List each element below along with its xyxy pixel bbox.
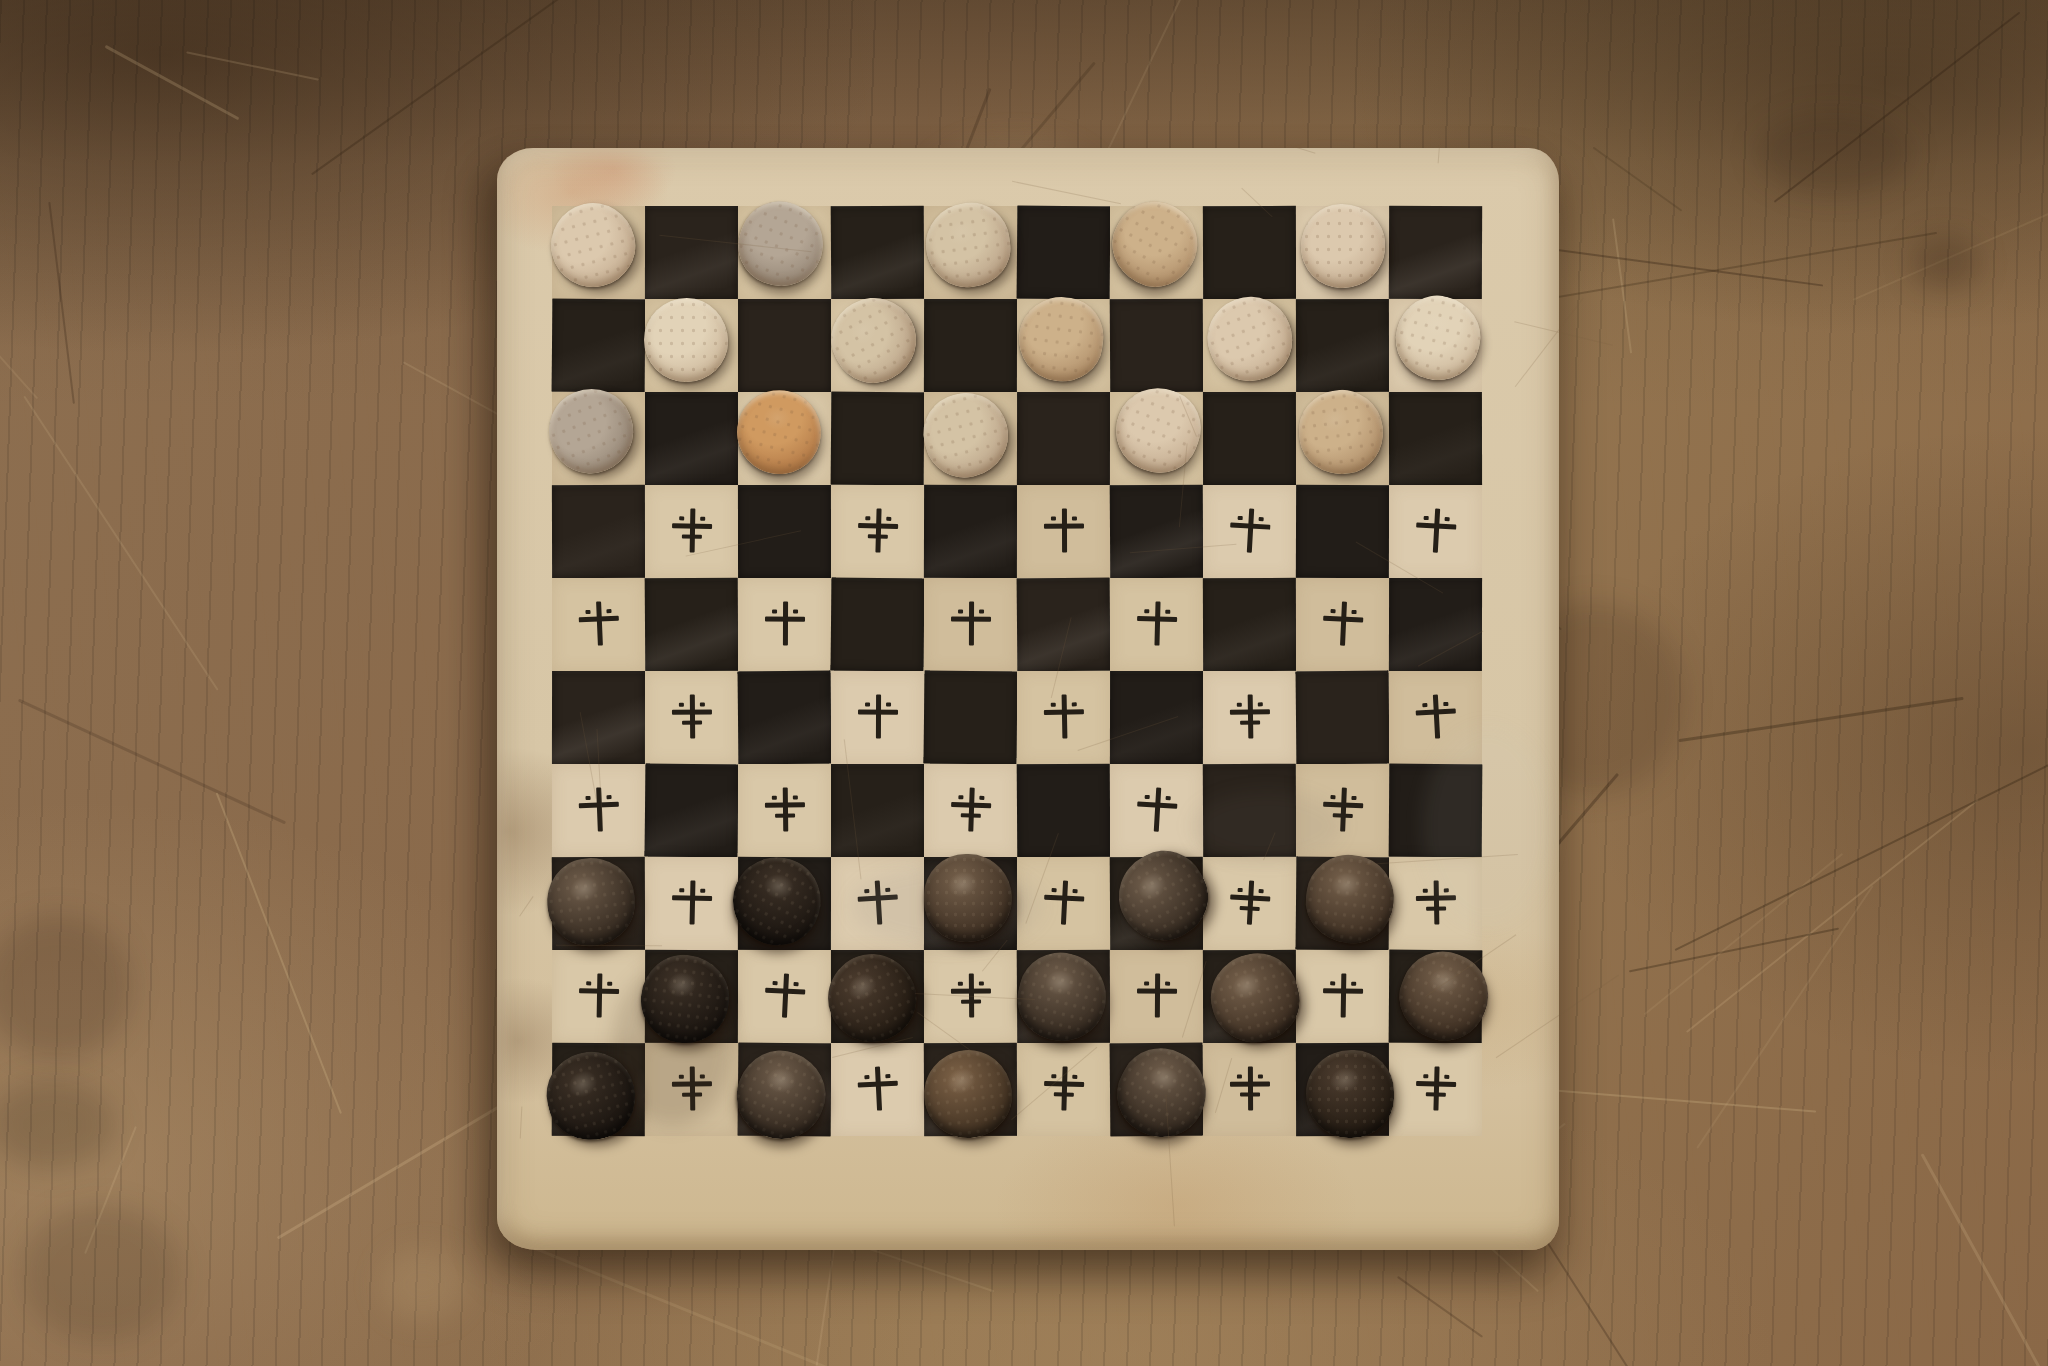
cross-dot — [1423, 515, 1428, 519]
black-checker-r10c9[interactable] — [1306, 1050, 1394, 1138]
light-square-r5c5[interactable] — [924, 578, 1017, 671]
light-square-r6c6[interactable] — [1017, 671, 1110, 764]
cross-bar — [764, 802, 804, 807]
light-square-r4c10[interactable] — [1389, 485, 1482, 578]
light-square-r9c1[interactable] — [552, 950, 645, 1043]
cross-bar — [671, 1081, 711, 1086]
dark-square-r3c2[interactable] — [645, 392, 738, 485]
dark-square-r6c5[interactable] — [923, 670, 1017, 764]
dark-square-r4c5[interactable] — [924, 485, 1017, 578]
paint-sheen — [552, 485, 645, 578]
paint-sheen — [1389, 392, 1482, 485]
dark-square-r6c9[interactable] — [1295, 670, 1389, 764]
cross-dot — [585, 609, 590, 613]
cross-vertical — [874, 508, 880, 552]
cross-dot — [979, 609, 984, 613]
gloss-highlight — [659, 965, 704, 1005]
cross-bar — [857, 1080, 897, 1087]
dark-square-r3c6[interactable] — [1017, 392, 1110, 485]
cross-vertical — [596, 973, 602, 1017]
light-square-r4c6[interactable] — [1017, 485, 1110, 578]
paint-sheen — [1389, 578, 1482, 671]
cross-dot — [1072, 888, 1077, 892]
cross-dot — [957, 981, 962, 985]
dark-square-r1c2[interactable] — [645, 206, 738, 299]
cross-vertical — [1247, 1066, 1252, 1110]
cross-mark — [948, 971, 992, 1019]
cross-bar-2 — [960, 813, 980, 818]
cross-bar — [579, 988, 619, 994]
cross-vertical — [1246, 508, 1253, 552]
cross-vertical — [689, 508, 695, 552]
cross-mark — [669, 1064, 714, 1113]
dark-square-r5c4[interactable] — [830, 577, 924, 671]
cross-dot — [979, 795, 984, 799]
gloss-highlight — [1221, 961, 1272, 1010]
cross-bar-2 — [1053, 1092, 1073, 1097]
cross-dot — [1258, 517, 1263, 521]
light-square-r10c10[interactable] — [1389, 1043, 1482, 1136]
cross-bar-2 — [682, 720, 702, 724]
cross-dot — [679, 888, 684, 892]
wood-scratch — [186, 51, 319, 80]
dark-square-r1c8[interactable] — [1203, 206, 1296, 299]
cross-vertical — [1339, 787, 1346, 831]
paint-sheen — [552, 671, 645, 764]
cross-bar — [1229, 1081, 1269, 1086]
light-square-r9c9[interactable] — [1296, 950, 1389, 1043]
dark-square-r2c5[interactable] — [924, 299, 1017, 392]
wood-scratch — [1532, 1219, 1708, 1366]
cross-bar — [1044, 1081, 1084, 1087]
black-checker-r8c5[interactable] — [924, 854, 1012, 942]
cross-dot — [772, 980, 777, 984]
board-grid — [552, 206, 1482, 1136]
cross-dot — [586, 981, 591, 985]
cross-mark — [948, 784, 994, 833]
cross-vertical — [781, 973, 788, 1017]
gloss-highlight — [1310, 397, 1358, 442]
dark-square-r1c10[interactable] — [1389, 206, 1482, 299]
light-square-r4c4[interactable] — [831, 485, 924, 578]
paint-sheen — [645, 578, 739, 672]
cross-vertical — [1432, 1066, 1438, 1110]
cross-vertical — [1060, 1066, 1066, 1110]
cross-dot — [1144, 794, 1149, 798]
cross-bar — [951, 801, 991, 807]
dark-square-r5c10[interactable] — [1389, 578, 1482, 671]
dark-square-r5c2[interactable] — [645, 578, 739, 672]
light-square-r7c9[interactable] — [1296, 764, 1389, 857]
cross-bar — [1323, 615, 1363, 622]
gloss-highlight — [937, 210, 985, 255]
cross-mark — [1320, 971, 1365, 1020]
cross-mark — [855, 692, 899, 740]
photo-scene — [0, 0, 2048, 1366]
cross-dot — [1236, 702, 1241, 706]
cross-mark — [1041, 1063, 1086, 1112]
cross-vertical — [595, 787, 602, 831]
cross-dot — [606, 609, 611, 613]
cross-mark — [1133, 784, 1180, 834]
cross-vertical — [1340, 973, 1346, 1017]
light-square-r9c5[interactable] — [924, 950, 1017, 1043]
gloss-highlight — [1423, 964, 1464, 999]
cross-bar — [1137, 988, 1177, 993]
cross-vertical — [782, 787, 788, 831]
dark-square-r4c3[interactable] — [738, 485, 831, 578]
cross-dot — [1444, 1074, 1449, 1078]
wood-scratch — [1774, 11, 2021, 202]
gloss-highlight — [1126, 860, 1178, 912]
glaze-crack — [1012, 181, 1120, 204]
paint-sheen — [644, 763, 738, 857]
cross-bar-2 — [682, 1092, 702, 1096]
paint-sheen — [1296, 299, 1389, 392]
gloss-highlight — [559, 865, 609, 912]
cross-dot — [700, 516, 705, 520]
cross-dot — [1144, 609, 1149, 613]
cross-bar — [1229, 709, 1269, 715]
cross-dot — [958, 795, 963, 799]
dark-square-r4c1[interactable] — [552, 485, 645, 578]
cross-mark — [1320, 784, 1366, 834]
cross-bar — [857, 894, 897, 901]
cross-vertical — [1061, 694, 1067, 738]
gloss-highlight — [1141, 1059, 1186, 1099]
wood-stain — [380, 1248, 466, 1321]
cross-mark — [1413, 878, 1458, 927]
dark-square-r2c7[interactable] — [1110, 299, 1204, 393]
cross-mark — [1041, 692, 1086, 741]
light-square-r7c3[interactable] — [738, 764, 831, 857]
dark-square-r3c8[interactable] — [1203, 392, 1296, 485]
cross-dot — [1236, 1074, 1241, 1078]
cross-vertical — [875, 694, 880, 738]
cross-dot — [1071, 516, 1076, 520]
wood-scratch — [1678, 697, 1964, 743]
gloss-highlight — [757, 401, 797, 435]
cross-dot — [886, 702, 891, 706]
wood-scratch — [24, 396, 219, 691]
cross-bar — [1323, 988, 1363, 994]
cross-dot — [1237, 887, 1242, 891]
cross-dot — [606, 795, 611, 799]
dark-square-r2c9[interactable] — [1296, 299, 1389, 392]
cross-bar — [1043, 523, 1083, 528]
cross-dot — [1165, 981, 1170, 985]
cross-bar — [858, 523, 898, 529]
cross-vertical — [1153, 787, 1161, 831]
gloss-highlight — [936, 1057, 986, 1104]
cross-dot — [1330, 795, 1335, 799]
cross-dot — [1444, 517, 1449, 521]
paint-sheen — [831, 206, 925, 300]
cross-dot — [679, 516, 684, 520]
cross-mark — [854, 1063, 900, 1113]
wood-scratch — [1920, 1153, 2048, 1366]
gloss-highlight — [1324, 865, 1369, 905]
cross-dot — [793, 981, 798, 985]
wood-scratch — [105, 45, 240, 120]
cross-dot — [699, 702, 704, 706]
wood-scratch — [1397, 1276, 1483, 1338]
cross-bar — [1415, 895, 1455, 901]
checkers-board — [497, 148, 1559, 1250]
light-square-r10c6[interactable] — [1017, 1043, 1110, 1136]
light-square-r5c9[interactable] — [1296, 578, 1389, 671]
cross-vertical — [1433, 880, 1439, 924]
cross-bar — [672, 895, 712, 901]
cross-dot — [1072, 1074, 1077, 1078]
cross-vertical — [1246, 880, 1253, 924]
gloss-highlight — [760, 1063, 801, 1098]
dark-square-r6c1[interactable] — [552, 671, 645, 764]
cross-dot — [865, 702, 870, 706]
light-square-r5c1[interactable] — [552, 578, 645, 671]
light-square-r8c10[interactable] — [1389, 857, 1482, 950]
cross-mark — [762, 599, 806, 647]
cross-mark — [1319, 598, 1365, 648]
light-square-r9c3[interactable] — [738, 950, 831, 1043]
cross-mark — [1413, 1063, 1458, 1112]
cross-bar — [858, 709, 898, 714]
light-square-r8c2[interactable] — [645, 857, 738, 950]
cross-dot — [864, 1074, 869, 1078]
light-square-r6c4[interactable] — [831, 671, 924, 764]
light-square-r8c6[interactable] — [1017, 857, 1110, 950]
cross-mark — [948, 599, 992, 647]
cross-mark — [1227, 692, 1272, 741]
cross-dot — [958, 609, 963, 613]
cross-dot — [1051, 1074, 1056, 1078]
cross-bar — [1415, 708, 1455, 715]
cross-bar — [1416, 1081, 1456, 1087]
dark-square-r4c7[interactable] — [1110, 485, 1204, 579]
light-square-r5c7[interactable] — [1110, 578, 1203, 671]
light-square-r7c1[interactable] — [552, 764, 645, 857]
cross-mark — [1226, 877, 1272, 927]
light-square-r10c8[interactable] — [1203, 1043, 1296, 1136]
gloss-highlight — [836, 961, 888, 1012]
cross-mark — [1227, 1064, 1271, 1112]
dark-square-r2c3[interactable] — [738, 299, 831, 392]
dark-square-r7c8[interactable] — [1203, 764, 1297, 858]
cross-mark — [1226, 505, 1273, 555]
wood-stain — [20, 1205, 182, 1342]
light-square-r10c2[interactable] — [645, 1043, 738, 1136]
light-square-r4c8[interactable] — [1203, 485, 1296, 578]
dark-square-r2c1[interactable] — [552, 299, 646, 393]
wood-scratch — [0, 333, 38, 399]
cross-bar — [578, 801, 618, 808]
cross-bar-2 — [681, 534, 701, 538]
cross-dot — [1257, 702, 1262, 706]
cross-vertical — [689, 694, 694, 738]
paint-sheen — [1389, 206, 1482, 299]
cross-dot — [1422, 702, 1427, 706]
light-square-r9c7[interactable] — [1110, 950, 1203, 1043]
paint-sheen — [645, 206, 738, 299]
cross-vertical — [1432, 508, 1439, 552]
paint-sheen — [831, 764, 924, 857]
cross-dot — [607, 981, 612, 985]
cross-mark — [1040, 877, 1086, 927]
cross-bar — [672, 523, 712, 529]
cross-bar — [1137, 616, 1177, 622]
cross-vertical — [1060, 880, 1067, 924]
wood-scratch — [1696, 885, 1873, 1149]
cross-mark — [1041, 506, 1085, 554]
cross-dot — [771, 795, 776, 799]
cross-dot — [865, 516, 870, 520]
wood-scratch — [1510, 232, 1937, 306]
light-square-r7c5[interactable] — [924, 764, 1017, 857]
cross-vertical — [1154, 973, 1159, 1017]
paint-sheen — [1110, 671, 1203, 764]
cross-mark — [855, 505, 900, 554]
white-checker-r2c2[interactable] — [644, 298, 728, 382]
cross-bar-2 — [1425, 1092, 1445, 1097]
light-square-r6c8[interactable] — [1203, 671, 1296, 764]
cross-dot — [1237, 515, 1242, 519]
cross-vertical — [782, 601, 787, 645]
cross-mark — [669, 878, 714, 927]
cross-dot — [1050, 702, 1055, 706]
cross-mark — [1412, 691, 1458, 741]
dark-square-r5c6[interactable] — [1017, 578, 1111, 672]
wood-stain — [1757, 112, 1910, 194]
paint-sheen — [552, 299, 646, 393]
cross-dot — [1423, 1074, 1428, 1078]
cross-bar — [1323, 801, 1363, 808]
dark-square-r5c8[interactable] — [1203, 578, 1296, 671]
gloss-highlight — [839, 306, 888, 355]
cross-vertical — [967, 787, 973, 831]
paint-sheen — [924, 485, 1017, 578]
cross-dot — [1165, 609, 1170, 613]
cross-vertical — [689, 1066, 695, 1110]
cross-dot — [1422, 888, 1427, 892]
dark-square-r4c9[interactable] — [1296, 485, 1389, 578]
cross-dot — [792, 795, 797, 799]
cross-bar — [1137, 801, 1177, 808]
paint-sheen — [1017, 578, 1111, 672]
glaze-crack — [519, 896, 534, 917]
cross-bar-2 — [867, 534, 887, 539]
cross-bar — [765, 616, 805, 621]
cross-bar-2 — [961, 999, 981, 1003]
wood-scratch — [502, 1234, 892, 1366]
dark-square-r6c3[interactable] — [737, 670, 831, 764]
cross-dot — [1443, 888, 1448, 892]
paint-sheen — [737, 670, 831, 764]
cross-dot — [678, 1074, 683, 1078]
dark-square-r7c10[interactable] — [1389, 764, 1483, 858]
cross-dot — [1258, 888, 1263, 892]
cross-bar-2 — [1332, 813, 1352, 818]
cross-bar — [1043, 709, 1083, 715]
cross-dot — [885, 1073, 890, 1077]
cross-vertical — [595, 601, 602, 645]
cross-vertical — [689, 880, 695, 924]
light-square-r4c2[interactable] — [645, 485, 738, 578]
cross-bar — [1230, 894, 1270, 901]
cross-mark — [1134, 599, 1179, 648]
cross-dot — [585, 795, 590, 799]
wood-stain — [0, 1080, 115, 1170]
cross-dot — [1165, 796, 1170, 800]
cross-dot — [1071, 702, 1076, 706]
cross-dot — [678, 702, 683, 706]
dark-square-r1c6[interactable] — [1017, 206, 1111, 300]
cross-dot — [1144, 981, 1149, 985]
cross-vertical — [874, 1066, 881, 1110]
cross-dot — [1051, 887, 1056, 891]
cross-bar-2 — [1239, 906, 1259, 911]
cross-vertical — [968, 973, 973, 1017]
cross-dot — [1351, 609, 1356, 613]
white-checker-r1c9[interactable] — [1301, 204, 1385, 288]
paint-sheen — [1110, 485, 1204, 579]
cross-bar-2 — [1240, 1092, 1260, 1096]
cross-vertical — [874, 880, 882, 924]
cross-dot — [1330, 608, 1335, 612]
cross-mark — [576, 598, 622, 648]
cross-dot — [978, 981, 983, 985]
cross-vertical — [1247, 694, 1253, 738]
light-square-r6c10[interactable] — [1389, 671, 1482, 764]
dark-square-r3c4[interactable] — [831, 392, 925, 486]
glaze-crack — [520, 1107, 523, 1139]
gloss-highlight — [1416, 307, 1456, 341]
wood-scratch — [84, 1126, 137, 1254]
light-square-r6c2[interactable] — [645, 671, 738, 764]
cross-dot — [1351, 981, 1356, 985]
wood-scratch — [1629, 928, 1839, 973]
light-square-r10c4[interactable] — [831, 1043, 924, 1136]
dark-square-r6c7[interactable] — [1110, 671, 1203, 764]
cross-vertical — [968, 601, 973, 645]
wood-scratch — [18, 699, 286, 825]
cross-vertical — [1432, 694, 1439, 738]
cross-mark — [669, 506, 714, 555]
cross-dot — [1257, 1074, 1262, 1078]
gloss-highlight — [1039, 964, 1081, 1000]
cross-dot — [1330, 981, 1335, 985]
dark-square-r3c10[interactable] — [1389, 392, 1482, 485]
cross-bar — [671, 709, 711, 714]
wood-scratch — [1686, 799, 1979, 1033]
cross-mark — [1412, 505, 1459, 555]
dark-square-r1c4[interactable] — [831, 206, 925, 300]
light-square-r7c7[interactable] — [1110, 764, 1203, 857]
light-square-r5c3[interactable] — [738, 578, 831, 671]
cross-mark — [854, 877, 901, 928]
cross-bar — [1230, 522, 1270, 529]
dark-square-r7c6[interactable] — [1017, 764, 1111, 858]
cross-dot — [886, 516, 891, 520]
light-square-r8c4[interactable] — [831, 857, 924, 950]
cross-dot — [864, 889, 869, 893]
cross-dot — [793, 609, 798, 613]
dark-square-r7c2[interactable] — [644, 763, 738, 857]
paint-sheen — [645, 392, 738, 485]
cross-bar — [765, 987, 805, 994]
cross-dot — [885, 887, 890, 891]
dark-square-r7c4[interactable] — [831, 764, 924, 857]
light-square-r8c8[interactable] — [1203, 857, 1296, 950]
